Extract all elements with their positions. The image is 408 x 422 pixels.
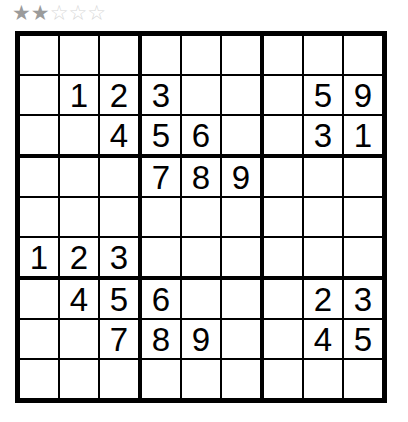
- cell-r9c2[interactable]: [60, 360, 100, 398]
- cell-r3c2[interactable]: [60, 116, 100, 158]
- cell-r1c7[interactable]: [264, 36, 304, 76]
- cell-r1c2[interactable]: [60, 36, 100, 76]
- cell-r6c9[interactable]: [344, 238, 382, 280]
- cell-r5c1[interactable]: [20, 198, 60, 238]
- cell-r4c8[interactable]: [304, 158, 344, 198]
- cell-r9c1[interactable]: [20, 360, 60, 398]
- cell-r9c5[interactable]: [182, 360, 222, 398]
- cell-r7c4[interactable]: 6: [142, 280, 182, 320]
- cell-r8c1[interactable]: [20, 320, 60, 360]
- cell-r4c7[interactable]: [264, 158, 304, 198]
- cell-r2c3[interactable]: 2: [100, 76, 142, 116]
- cell-r9c3[interactable]: [100, 360, 142, 398]
- cell-r1c5[interactable]: [182, 36, 222, 76]
- cell-r2c9[interactable]: 9: [344, 76, 382, 116]
- cell-r4c1[interactable]: [20, 158, 60, 198]
- cell-r6c1[interactable]: 1: [20, 238, 60, 280]
- cell-r5c4[interactable]: [142, 198, 182, 238]
- cell-r6c6[interactable]: [222, 238, 264, 280]
- cell-r3c3[interactable]: 4: [100, 116, 142, 158]
- cell-r2c7[interactable]: [264, 76, 304, 116]
- cell-r8c7[interactable]: [264, 320, 304, 360]
- cell-r8c4[interactable]: 8: [142, 320, 182, 360]
- cell-r3c4[interactable]: 5: [142, 116, 182, 158]
- cell-r1c3[interactable]: [100, 36, 142, 76]
- cell-r8c9[interactable]: 5: [344, 320, 382, 360]
- cell-r4c5[interactable]: 8: [182, 158, 222, 198]
- cell-r5c3[interactable]: [100, 198, 142, 238]
- cell-r4c2[interactable]: [60, 158, 100, 198]
- cell-r3c1[interactable]: [20, 116, 60, 158]
- cell-r1c6[interactable]: [222, 36, 264, 76]
- cell-r7c8[interactable]: 2: [304, 280, 344, 320]
- cell-r7c9[interactable]: 3: [344, 280, 382, 320]
- cell-r5c9[interactable]: [344, 198, 382, 238]
- sudoku-board: 12359456317891234562378945: [15, 31, 387, 403]
- cell-r4c3[interactable]: [100, 158, 142, 198]
- cell-r2c2[interactable]: 1: [60, 76, 100, 116]
- cell-r1c8[interactable]: [304, 36, 344, 76]
- star-empty-icon: ☆: [87, 0, 106, 26]
- cell-r4c6[interactable]: 9: [222, 158, 264, 198]
- cell-r5c8[interactable]: [304, 198, 344, 238]
- cell-r8c5[interactable]: 9: [182, 320, 222, 360]
- cell-r3c6[interactable]: [222, 116, 264, 158]
- cell-r1c9[interactable]: [344, 36, 382, 76]
- cell-r8c8[interactable]: 4: [304, 320, 344, 360]
- cell-r6c8[interactable]: [304, 238, 344, 280]
- cell-r3c7[interactable]: [264, 116, 304, 158]
- cell-r2c5[interactable]: [182, 76, 222, 116]
- cell-r4c9[interactable]: [344, 158, 382, 198]
- cell-r5c6[interactable]: [222, 198, 264, 238]
- cell-r2c4[interactable]: 3: [142, 76, 182, 116]
- cell-r1c1[interactable]: [20, 36, 60, 76]
- cell-r7c7[interactable]: [264, 280, 304, 320]
- cell-r6c7[interactable]: [264, 238, 304, 280]
- cell-r9c4[interactable]: [142, 360, 182, 398]
- cell-r3c5[interactable]: 6: [182, 116, 222, 158]
- difficulty-rating: ★★☆☆☆: [12, 0, 106, 26]
- cell-r5c2[interactable]: [60, 198, 100, 238]
- cell-r9c8[interactable]: [304, 360, 344, 398]
- cell-r5c5[interactable]: [182, 198, 222, 238]
- cell-r7c6[interactable]: [222, 280, 264, 320]
- star-empty-icon: ☆: [50, 0, 69, 26]
- cell-r2c8[interactable]: 5: [304, 76, 344, 116]
- cell-r8c3[interactable]: 7: [100, 320, 142, 360]
- cell-r6c3[interactable]: 3: [100, 238, 142, 280]
- cell-r6c4[interactable]: [142, 238, 182, 280]
- star-filled-icon: ★: [31, 0, 50, 26]
- cell-r3c8[interactable]: 3: [304, 116, 344, 158]
- cell-r7c5[interactable]: [182, 280, 222, 320]
- star-filled-icon: ★: [12, 0, 31, 26]
- cell-r9c6[interactable]: [222, 360, 264, 398]
- cell-r8c6[interactable]: [222, 320, 264, 360]
- cell-r9c7[interactable]: [264, 360, 304, 398]
- cell-r2c6[interactable]: [222, 76, 264, 116]
- cell-r6c5[interactable]: [182, 238, 222, 280]
- cell-r1c4[interactable]: [142, 36, 182, 76]
- cell-r9c9[interactable]: [344, 360, 382, 398]
- cell-r7c2[interactable]: 4: [60, 280, 100, 320]
- cell-r8c2[interactable]: [60, 320, 100, 360]
- cell-r7c3[interactable]: 5: [100, 280, 142, 320]
- cell-r6c2[interactable]: 2: [60, 238, 100, 280]
- cell-r3c9[interactable]: 1: [344, 116, 382, 158]
- cell-r5c7[interactable]: [264, 198, 304, 238]
- sudoku-page: ★★☆☆☆ 12359456317891234562378945: [0, 0, 408, 422]
- cell-r2c1[interactable]: [20, 76, 60, 116]
- cell-r7c1[interactable]: [20, 280, 60, 320]
- star-empty-icon: ☆: [68, 0, 87, 26]
- cell-r4c4[interactable]: 7: [142, 158, 182, 198]
